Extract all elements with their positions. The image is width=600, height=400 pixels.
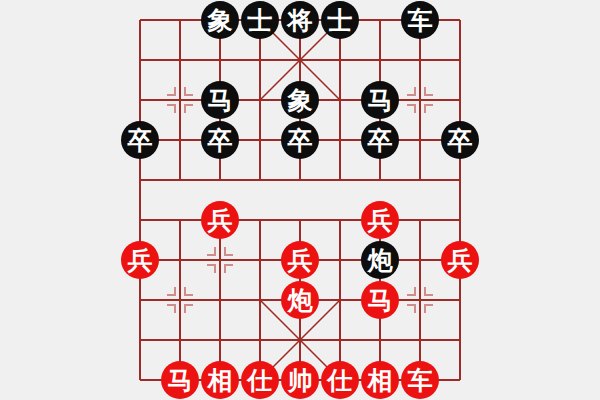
piece-red-elephant[interactable]: 相: [361, 361, 399, 399]
piece-red-elephant[interactable]: 相: [201, 361, 239, 399]
piece-red-horse[interactable]: 马: [361, 281, 399, 319]
piece-red-soldier[interactable]: 兵: [281, 241, 319, 279]
piece-black-soldier[interactable]: 卒: [441, 121, 479, 159]
piece-black-advisor[interactable]: 士: [241, 1, 279, 39]
piece-black-general[interactable]: 将: [281, 1, 319, 39]
piece-black-chariot[interactable]: 车: [401, 1, 439, 39]
piece-black-advisor[interactable]: 士: [321, 1, 359, 39]
piece-red-chariot[interactable]: 车: [401, 361, 439, 399]
piece-red-soldier[interactable]: 兵: [121, 241, 159, 279]
piece-red-horse[interactable]: 马: [161, 361, 199, 399]
piece-black-soldier[interactable]: 卒: [121, 121, 159, 159]
pieces-layer: 象士将士车马象马卒卒卒卒卒炮兵兵兵兵兵炮马马相仕帅仕相车: [120, 0, 480, 400]
piece-red-soldier[interactable]: 兵: [201, 201, 239, 239]
piece-red-advisor[interactable]: 仕: [241, 361, 279, 399]
piece-black-horse[interactable]: 马: [361, 81, 399, 119]
piece-black-elephant[interactable]: 象: [201, 1, 239, 39]
piece-black-soldier[interactable]: 卒: [361, 121, 399, 159]
piece-red-soldier[interactable]: 兵: [441, 241, 479, 279]
piece-red-advisor[interactable]: 仕: [321, 361, 359, 399]
piece-red-soldier[interactable]: 兵: [361, 201, 399, 239]
piece-black-elephant[interactable]: 象: [281, 81, 319, 119]
piece-red-cannon[interactable]: 炮: [281, 281, 319, 319]
xiangqi-board: 象士将士车马象马卒卒卒卒卒炮兵兵兵兵兵炮马马相仕帅仕相车: [0, 0, 600, 400]
piece-red-general[interactable]: 帅: [281, 361, 319, 399]
piece-black-horse[interactable]: 马: [201, 81, 239, 119]
piece-black-cannon[interactable]: 炮: [361, 241, 399, 279]
piece-black-soldier[interactable]: 卒: [281, 121, 319, 159]
piece-black-soldier[interactable]: 卒: [201, 121, 239, 159]
